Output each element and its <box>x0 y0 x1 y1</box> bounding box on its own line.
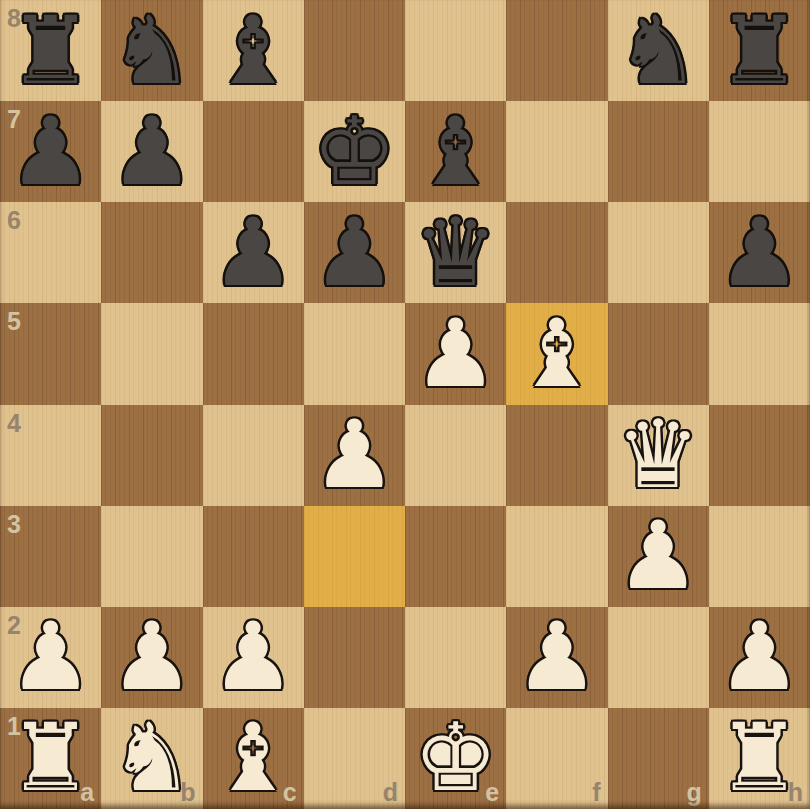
white-pawn-icon[interactable]: ♟ <box>203 607 304 708</box>
square-a3[interactable]: 3 <box>0 506 101 607</box>
file-label-a: a <box>80 778 94 807</box>
black-rook-icon[interactable]: ♜ <box>709 0 810 101</box>
square-c3[interactable] <box>203 506 304 607</box>
square-b7[interactable]: ♟ <box>101 101 202 202</box>
square-e2[interactable] <box>405 607 506 708</box>
square-a7[interactable]: 7♟ <box>0 101 101 202</box>
square-c1[interactable]: c♝ <box>203 708 304 809</box>
square-b1[interactable]: b♞ <box>101 708 202 809</box>
file-label-h: h <box>788 778 803 807</box>
square-h5[interactable] <box>709 303 810 404</box>
white-pawn-icon[interactable]: ♟ <box>608 506 709 607</box>
rank-label-5: 5 <box>7 307 21 336</box>
square-a2[interactable]: 2♟ <box>0 607 101 708</box>
rank-label-7: 7 <box>7 105 21 134</box>
square-f5[interactable]: ♝ <box>506 303 607 404</box>
square-d6[interactable]: ♟ <box>304 202 405 303</box>
file-label-d: d <box>383 778 398 807</box>
square-h2[interactable]: ♟ <box>709 607 810 708</box>
black-queen-icon[interactable]: ♛ <box>405 202 506 303</box>
black-bishop-icon[interactable]: ♝ <box>405 101 506 202</box>
white-pawn-icon[interactable]: ♟ <box>304 405 405 506</box>
black-pawn-icon[interactable]: ♟ <box>709 202 810 303</box>
square-f2[interactable]: ♟ <box>506 607 607 708</box>
white-pawn-icon[interactable]: ♟ <box>101 607 202 708</box>
white-pawn-icon[interactable]: ♟ <box>709 607 810 708</box>
square-b5[interactable] <box>101 303 202 404</box>
square-a4[interactable]: 4 <box>0 405 101 506</box>
black-knight-icon[interactable]: ♞ <box>101 0 202 101</box>
square-g3[interactable]: ♟ <box>608 506 709 607</box>
square-d2[interactable] <box>304 607 405 708</box>
white-pawn-icon[interactable]: ♟ <box>506 607 607 708</box>
square-h7[interactable] <box>709 101 810 202</box>
square-e1[interactable]: e♚ <box>405 708 506 809</box>
square-h6[interactable]: ♟ <box>709 202 810 303</box>
black-pawn-icon[interactable]: ♟ <box>203 202 304 303</box>
square-h3[interactable] <box>709 506 810 607</box>
square-c6[interactable]: ♟ <box>203 202 304 303</box>
square-g7[interactable] <box>608 101 709 202</box>
rank-label-3: 3 <box>7 510 21 539</box>
square-c8[interactable]: ♝ <box>203 0 304 101</box>
white-bishop-icon[interactable]: ♝ <box>506 303 607 404</box>
file-label-e: e <box>485 778 499 807</box>
square-d7[interactable]: ♚ <box>304 101 405 202</box>
square-a8[interactable]: 8♜ <box>0 0 101 101</box>
square-e3[interactable] <box>405 506 506 607</box>
square-d3[interactable] <box>304 506 405 607</box>
square-h1[interactable]: h♜ <box>709 708 810 809</box>
square-c7[interactable] <box>203 101 304 202</box>
square-e7[interactable]: ♝ <box>405 101 506 202</box>
black-bishop-icon[interactable]: ♝ <box>203 0 304 101</box>
black-pawn-icon[interactable]: ♟ <box>101 101 202 202</box>
square-a5[interactable]: 5 <box>0 303 101 404</box>
square-b4[interactable] <box>101 405 202 506</box>
square-c2[interactable]: ♟ <box>203 607 304 708</box>
square-g6[interactable] <box>608 202 709 303</box>
black-pawn-icon[interactable]: ♟ <box>304 202 405 303</box>
square-a1[interactable]: 1a♜ <box>0 708 101 809</box>
square-f1[interactable]: f <box>506 708 607 809</box>
square-g4[interactable]: ♛ <box>608 405 709 506</box>
square-f7[interactable] <box>506 101 607 202</box>
square-a6[interactable]: 6 <box>0 202 101 303</box>
square-g1[interactable]: g <box>608 708 709 809</box>
black-king-icon[interactable]: ♚ <box>304 101 405 202</box>
square-c5[interactable] <box>203 303 304 404</box>
rank-label-8: 8 <box>7 4 21 33</box>
square-f3[interactable] <box>506 506 607 607</box>
black-knight-icon[interactable]: ♞ <box>608 0 709 101</box>
square-e8[interactable] <box>405 0 506 101</box>
square-b6[interactable] <box>101 202 202 303</box>
rank-label-2: 2 <box>7 611 21 640</box>
white-pawn-icon[interactable]: ♟ <box>405 303 506 404</box>
square-b8[interactable]: ♞ <box>101 0 202 101</box>
square-f8[interactable] <box>506 0 607 101</box>
white-queen-icon[interactable]: ♛ <box>608 405 709 506</box>
square-f4[interactable] <box>506 405 607 506</box>
square-e4[interactable] <box>405 405 506 506</box>
square-d4[interactable]: ♟ <box>304 405 405 506</box>
square-b2[interactable]: ♟ <box>101 607 202 708</box>
chess-board-container: 8♜♞♝♞♜7♟♟♚♝6♟♟♛♟5♟♝4♟♛3♟2♟♟♟♟♟1a♜b♞c♝de♚… <box>0 0 810 809</box>
file-label-b: b <box>180 778 195 807</box>
square-g5[interactable] <box>608 303 709 404</box>
rank-label-4: 4 <box>7 409 21 438</box>
file-label-f: f <box>592 778 600 807</box>
square-c4[interactable] <box>203 405 304 506</box>
square-e6[interactable]: ♛ <box>405 202 506 303</box>
file-label-c: c <box>283 778 297 807</box>
square-d5[interactable] <box>304 303 405 404</box>
rank-label-1: 1 <box>7 712 21 741</box>
rank-label-6: 6 <box>7 206 21 235</box>
square-e5[interactable]: ♟ <box>405 303 506 404</box>
square-h8[interactable]: ♜ <box>709 0 810 101</box>
square-h4[interactable] <box>709 405 810 506</box>
file-label-g: g <box>686 778 701 807</box>
chess-board: 8♜♞♝♞♜7♟♟♚♝6♟♟♛♟5♟♝4♟♛3♟2♟♟♟♟♟1a♜b♞c♝de♚… <box>0 0 810 809</box>
square-b3[interactable] <box>101 506 202 607</box>
square-d8[interactable] <box>304 0 405 101</box>
square-d1[interactable]: d <box>304 708 405 809</box>
square-f6[interactable] <box>506 202 607 303</box>
square-g8[interactable]: ♞ <box>608 0 709 101</box>
square-g2[interactable] <box>608 607 709 708</box>
